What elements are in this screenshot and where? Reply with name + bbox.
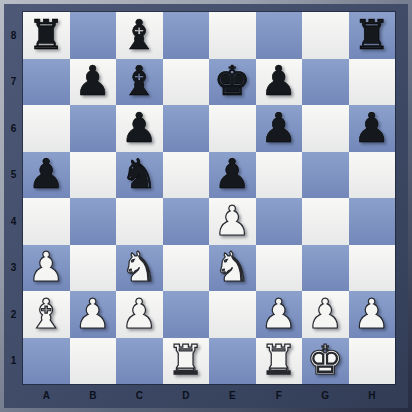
piece-black-knight: ♞ xyxy=(121,154,158,195)
square-a2[interactable]: ♝ xyxy=(23,291,70,338)
square-e8[interactable] xyxy=(209,12,256,59)
piece-white-rook: ♜ xyxy=(167,340,204,381)
square-b7[interactable]: ♟ xyxy=(70,59,117,106)
file-label-b: B xyxy=(70,385,117,406)
square-d6[interactable] xyxy=(163,105,210,152)
piece-white-pawn: ♟ xyxy=(74,294,111,335)
square-e4[interactable]: ♟ xyxy=(209,198,256,245)
piece-black-bishop: ♝ xyxy=(121,61,158,102)
square-b8[interactable] xyxy=(70,12,117,59)
square-a1[interactable] xyxy=(23,338,70,385)
rank-label-3: 3 xyxy=(4,245,23,292)
piece-black-king: ♚ xyxy=(214,61,251,102)
square-f6[interactable]: ♟ xyxy=(256,105,303,152)
square-a6[interactable] xyxy=(23,105,70,152)
file-label-h: H xyxy=(349,385,396,406)
square-c4[interactable] xyxy=(116,198,163,245)
rank-label-1: 1 xyxy=(4,338,23,385)
piece-black-pawn: ♟ xyxy=(353,108,390,149)
piece-white-pawn: ♟ xyxy=(214,201,251,242)
square-c8[interactable]: ♝ xyxy=(116,12,163,59)
square-e5[interactable]: ♟ xyxy=(209,152,256,199)
piece-white-bishop: ♝ xyxy=(28,294,65,335)
chess-diagram: 87654321 ♜♝♜♟♝♚♟♟♟♟♟♞♟♟♟♞♞♝♟♟♟♟♟♜♜♚ ABCD… xyxy=(0,0,412,412)
rank-label-4: 4 xyxy=(4,198,23,245)
square-c2[interactable]: ♟ xyxy=(116,291,163,338)
square-h8[interactable]: ♜ xyxy=(349,12,396,59)
piece-black-pawn: ♟ xyxy=(260,61,297,102)
file-labels: ABCDEFGH xyxy=(23,385,395,406)
square-g5[interactable] xyxy=(302,152,349,199)
rank-labels: 87654321 xyxy=(4,12,23,384)
square-f5[interactable] xyxy=(256,152,303,199)
square-h5[interactable] xyxy=(349,152,396,199)
square-g8[interactable] xyxy=(302,12,349,59)
file-label-e: E xyxy=(209,385,256,406)
square-f1[interactable]: ♜ xyxy=(256,338,303,385)
square-a3[interactable]: ♟ xyxy=(23,245,70,292)
piece-black-bishop: ♝ xyxy=(121,15,158,56)
square-h3[interactable] xyxy=(349,245,396,292)
square-f8[interactable] xyxy=(256,12,303,59)
file-label-g: G xyxy=(302,385,349,406)
rank-label-8: 8 xyxy=(4,12,23,59)
square-d8[interactable] xyxy=(163,12,210,59)
square-e3[interactable]: ♞ xyxy=(209,245,256,292)
square-h2[interactable]: ♟ xyxy=(349,291,396,338)
square-a7[interactable] xyxy=(23,59,70,106)
piece-black-pawn: ♟ xyxy=(214,154,251,195)
square-c1[interactable] xyxy=(116,338,163,385)
file-label-d: D xyxy=(163,385,210,406)
piece-black-pawn: ♟ xyxy=(74,61,111,102)
piece-white-pawn: ♟ xyxy=(260,294,297,335)
piece-white-rook: ♜ xyxy=(260,340,297,381)
square-h7[interactable] xyxy=(349,59,396,106)
piece-white-pawn: ♟ xyxy=(353,294,390,335)
square-f7[interactable]: ♟ xyxy=(256,59,303,106)
square-c3[interactable]: ♞ xyxy=(116,245,163,292)
square-d5[interactable] xyxy=(163,152,210,199)
square-a4[interactable] xyxy=(23,198,70,245)
square-b2[interactable]: ♟ xyxy=(70,291,117,338)
piece-white-pawn: ♟ xyxy=(28,247,65,288)
piece-black-rook: ♜ xyxy=(353,15,390,56)
square-g7[interactable] xyxy=(302,59,349,106)
square-c6[interactable]: ♟ xyxy=(116,105,163,152)
square-e2[interactable] xyxy=(209,291,256,338)
square-e1[interactable] xyxy=(209,338,256,385)
square-b1[interactable] xyxy=(70,338,117,385)
square-d3[interactable] xyxy=(163,245,210,292)
piece-white-king: ♚ xyxy=(307,340,344,381)
file-label-a: A xyxy=(23,385,70,406)
square-f4[interactable] xyxy=(256,198,303,245)
rank-label-2: 2 xyxy=(4,291,23,338)
square-e7[interactable]: ♚ xyxy=(209,59,256,106)
piece-white-pawn: ♟ xyxy=(121,294,158,335)
piece-black-pawn: ♟ xyxy=(121,108,158,149)
piece-white-knight: ♞ xyxy=(121,247,158,288)
square-f3[interactable] xyxy=(256,245,303,292)
square-g2[interactable]: ♟ xyxy=(302,291,349,338)
square-g6[interactable] xyxy=(302,105,349,152)
square-h6[interactable]: ♟ xyxy=(349,105,396,152)
square-d1[interactable]: ♜ xyxy=(163,338,210,385)
square-b6[interactable] xyxy=(70,105,117,152)
rank-label-5: 5 xyxy=(4,152,23,199)
chess-board: ♜♝♜♟♝♚♟♟♟♟♟♞♟♟♟♞♞♝♟♟♟♟♟♜♜♚ xyxy=(23,12,395,384)
piece-black-pawn: ♟ xyxy=(260,108,297,149)
square-d2[interactable] xyxy=(163,291,210,338)
square-f2[interactable]: ♟ xyxy=(256,291,303,338)
file-label-f: F xyxy=(256,385,303,406)
piece-white-pawn: ♟ xyxy=(307,294,344,335)
square-g3[interactable] xyxy=(302,245,349,292)
square-g1[interactable]: ♚ xyxy=(302,338,349,385)
square-a5[interactable]: ♟ xyxy=(23,152,70,199)
piece-black-pawn: ♟ xyxy=(28,154,65,195)
square-h4[interactable] xyxy=(349,198,396,245)
square-a8[interactable]: ♜ xyxy=(23,12,70,59)
rank-label-7: 7 xyxy=(4,59,23,106)
square-g4[interactable] xyxy=(302,198,349,245)
rank-label-6: 6 xyxy=(4,105,23,152)
square-d4[interactable] xyxy=(163,198,210,245)
square-e6[interactable] xyxy=(209,105,256,152)
piece-white-knight: ♞ xyxy=(214,247,251,288)
square-h1[interactable] xyxy=(349,338,396,385)
square-d7[interactable] xyxy=(163,59,210,106)
square-b5[interactable] xyxy=(70,152,117,199)
square-c7[interactable]: ♝ xyxy=(116,59,163,106)
file-label-c: C xyxy=(116,385,163,406)
piece-black-rook: ♜ xyxy=(28,15,65,56)
square-c5[interactable]: ♞ xyxy=(116,152,163,199)
square-b3[interactable] xyxy=(70,245,117,292)
square-b4[interactable] xyxy=(70,198,117,245)
